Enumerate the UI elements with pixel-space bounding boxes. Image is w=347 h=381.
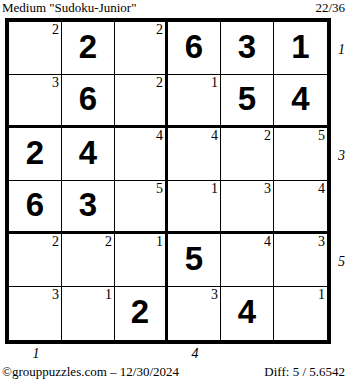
cell-r5c5: 4 xyxy=(221,234,274,287)
cell-r3c1: 2 xyxy=(9,128,62,181)
board-wrap: 222631362154244425635134221543312341 135… xyxy=(5,18,347,370)
cell-r6c2: 1 xyxy=(62,287,115,340)
cell-r6c1: 3 xyxy=(9,287,62,340)
cell-r1c2: 2 xyxy=(62,22,115,75)
col-label-4: 4 xyxy=(192,346,199,362)
corner-mark: 1 xyxy=(318,288,325,302)
corner-mark: 3 xyxy=(211,288,218,302)
cell-r5c2: 2 xyxy=(62,234,115,287)
page-header: Medium "Sudoku-Junior" 22/36 xyxy=(2,0,345,16)
cell-r2c3: 2 xyxy=(115,75,168,128)
given-digit: 2 xyxy=(79,30,97,63)
corner-mark: 2 xyxy=(52,23,59,37)
row-label-5: 5 xyxy=(338,254,345,270)
corner-mark: 5 xyxy=(318,129,325,143)
corner-mark: 3 xyxy=(264,182,271,196)
given-digit: 3 xyxy=(238,30,256,63)
cell-r3c4: 4 xyxy=(168,128,221,181)
puzzle-title: Medium "Sudoku-Junior" xyxy=(2,0,136,16)
cell-r4c4: 1 xyxy=(168,181,221,234)
cell-r4c6: 4 xyxy=(274,181,327,234)
given-digit: 4 xyxy=(79,136,97,169)
cell-r2c6: 4 xyxy=(274,75,327,128)
cell-r1c3: 2 xyxy=(115,22,168,75)
cell-r3c5: 2 xyxy=(221,128,274,181)
cell-r2c5: 5 xyxy=(221,75,274,128)
corner-mark: 2 xyxy=(264,129,271,143)
given-digit: 6 xyxy=(26,188,44,221)
cell-r2c1: 3 xyxy=(9,75,62,128)
given-digit: 2 xyxy=(26,136,44,169)
copyright-text: ©grouppuzzles.com – 12/30/2024 xyxy=(2,364,179,380)
cell-r1c4: 6 xyxy=(168,22,221,75)
corner-mark: 3 xyxy=(318,235,325,249)
puzzle-counter: 22/36 xyxy=(315,0,345,16)
cell-r5c4: 5 xyxy=(168,234,221,287)
corner-mark: 1 xyxy=(211,182,218,196)
cell-r4c1: 6 xyxy=(9,181,62,234)
given-digit: 1 xyxy=(291,30,309,63)
cell-r3c2: 4 xyxy=(62,128,115,181)
cell-r6c4: 3 xyxy=(168,287,221,340)
given-digit: 5 xyxy=(185,242,203,275)
cell-r6c5: 4 xyxy=(221,287,274,340)
given-digit: 3 xyxy=(79,188,97,221)
given-digit: 6 xyxy=(185,30,203,63)
corner-mark: 4 xyxy=(318,182,325,196)
given-digit: 6 xyxy=(79,82,97,115)
given-digit: 4 xyxy=(291,82,309,115)
sudoku-board: 222631362154244425635134221543312341 xyxy=(5,18,331,344)
cell-r4c5: 3 xyxy=(221,181,274,234)
corner-mark: 4 xyxy=(156,129,163,143)
cell-r3c6: 5 xyxy=(274,128,327,181)
given-digit: 4 xyxy=(238,295,256,328)
page-footer: ©grouppuzzles.com – 12/30/2024 Diff: 5 /… xyxy=(2,364,345,380)
cell-r6c6: 1 xyxy=(274,287,327,340)
cell-r4c2: 3 xyxy=(62,181,115,234)
corner-mark: 1 xyxy=(211,76,218,90)
row-label-3: 3 xyxy=(338,148,345,164)
corner-mark: 5 xyxy=(156,182,163,196)
cell-r5c3: 1 xyxy=(115,234,168,287)
cell-r5c6: 3 xyxy=(274,234,327,287)
difficulty-text: Diff: 5 / 5.6542 xyxy=(264,364,345,380)
puzzle-page: Medium "Sudoku-Junior" 22/36 22263136215… xyxy=(0,0,347,381)
cell-r2c4: 1 xyxy=(168,75,221,128)
cell-r5c1: 2 xyxy=(9,234,62,287)
corner-mark: 4 xyxy=(264,235,271,249)
corner-mark: 1 xyxy=(105,288,112,302)
cell-r6c3: 2 xyxy=(115,287,168,340)
corner-mark: 3 xyxy=(52,288,59,302)
corner-mark: 2 xyxy=(156,23,163,37)
row-label-1: 1 xyxy=(338,42,345,58)
corner-mark: 1 xyxy=(156,235,163,249)
given-digit: 5 xyxy=(238,82,256,115)
cell-r1c1: 2 xyxy=(9,22,62,75)
corner-mark: 2 xyxy=(52,235,59,249)
given-digit: 2 xyxy=(131,295,149,328)
cell-r1c5: 3 xyxy=(221,22,274,75)
corner-mark: 2 xyxy=(156,76,163,90)
corner-mark: 2 xyxy=(105,235,112,249)
corner-mark: 4 xyxy=(211,129,218,143)
cell-r1c6: 1 xyxy=(274,22,327,75)
cell-r2c2: 6 xyxy=(62,75,115,128)
corner-mark: 3 xyxy=(52,76,59,90)
cell-r3c3: 4 xyxy=(115,128,168,181)
col-label-1: 1 xyxy=(33,346,40,362)
cell-r4c3: 5 xyxy=(115,181,168,234)
